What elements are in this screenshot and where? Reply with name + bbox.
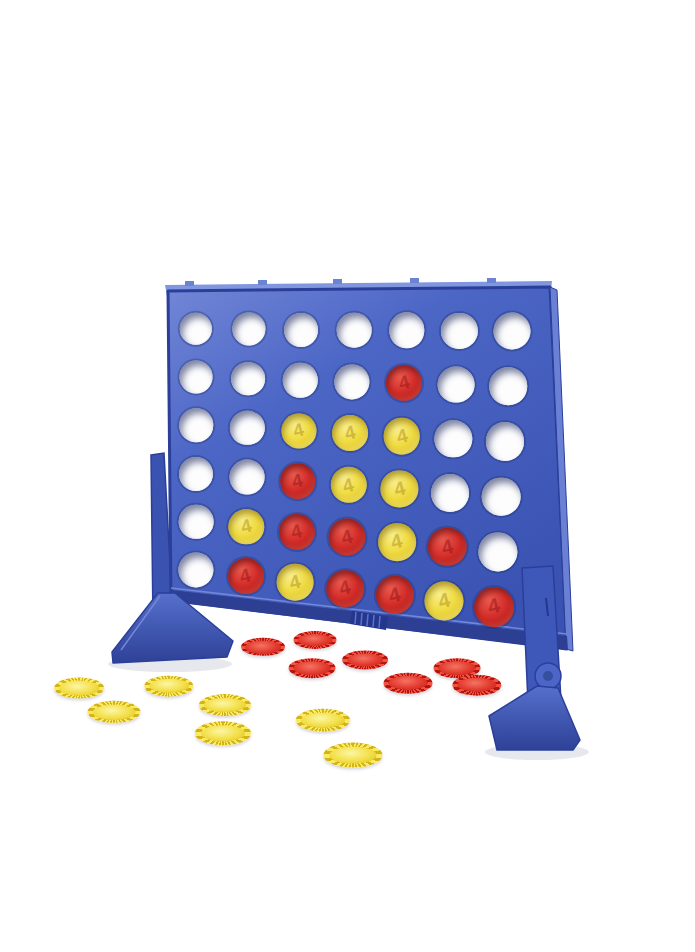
loose-disc-yellow[interactable] bbox=[199, 694, 251, 716]
loose-discs-area bbox=[0, 0, 695, 952]
loose-disc-yellow[interactable] bbox=[323, 743, 382, 768]
loose-disc-red[interactable] bbox=[383, 673, 432, 694]
connect-four-scene: 444444444444444444 bbox=[0, 0, 695, 952]
loose-disc-red[interactable] bbox=[452, 675, 501, 696]
loose-disc-yellow[interactable] bbox=[54, 678, 104, 699]
loose-disc-yellow[interactable] bbox=[87, 701, 140, 723]
loose-disc-yellow[interactable] bbox=[296, 709, 350, 732]
loose-disc-red[interactable] bbox=[294, 631, 337, 649]
loose-disc-red[interactable] bbox=[289, 658, 336, 678]
loose-disc-yellow[interactable] bbox=[195, 721, 251, 745]
loose-disc-red[interactable] bbox=[342, 650, 388, 669]
loose-disc-red[interactable] bbox=[241, 638, 285, 656]
loose-disc-yellow[interactable] bbox=[144, 676, 193, 697]
